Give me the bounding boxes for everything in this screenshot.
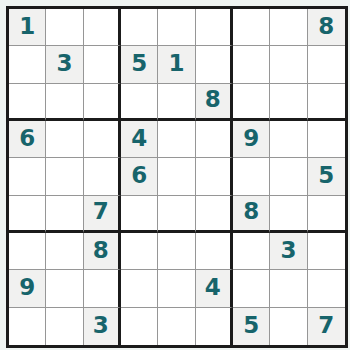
cell-r4c9[interactable] — [308, 121, 345, 158]
cell-r2c1[interactable] — [9, 46, 46, 83]
given-digit: 6 — [131, 164, 147, 187]
cell-r8c8[interactable] — [270, 270, 307, 307]
cell-r4c7: 9 — [233, 121, 270, 158]
cell-r2c2: 3 — [46, 46, 83, 83]
cell-r3c7[interactable] — [233, 84, 270, 121]
given-digit: 8 — [243, 200, 259, 223]
cell-r5c3[interactable] — [84, 158, 121, 195]
cell-r2c7[interactable] — [233, 46, 270, 83]
cell-r1c3[interactable] — [84, 9, 121, 46]
cell-r3c3[interactable] — [84, 84, 121, 121]
given-digit: 9 — [19, 276, 35, 299]
cell-r2c8[interactable] — [270, 46, 307, 83]
cell-r6c2[interactable] — [46, 196, 83, 233]
cell-r8c9[interactable] — [308, 270, 345, 307]
given-digit: 1 — [19, 15, 35, 38]
cell-r5c8[interactable] — [270, 158, 307, 195]
cell-r1c5[interactable] — [158, 9, 195, 46]
cell-r4c1: 6 — [9, 121, 46, 158]
cell-r3c6: 8 — [196, 84, 233, 121]
cell-r6c8[interactable] — [270, 196, 307, 233]
cell-r8c1: 9 — [9, 270, 46, 307]
cell-r1c1: 1 — [9, 9, 46, 46]
cell-r3c8[interactable] — [270, 84, 307, 121]
sudoku-board: 18351864965788394357 — [6, 6, 348, 348]
cell-r6c1[interactable] — [9, 196, 46, 233]
cell-r7c7[interactable] — [233, 233, 270, 270]
cell-r8c4[interactable] — [121, 270, 158, 307]
given-digit: 3 — [56, 52, 72, 75]
cell-r5c2[interactable] — [46, 158, 83, 195]
cell-r3c9[interactable] — [308, 84, 345, 121]
given-digit: 9 — [243, 127, 259, 150]
cell-r5c9: 5 — [308, 158, 345, 195]
cell-r1c8[interactable] — [270, 9, 307, 46]
cell-r9c4[interactable] — [121, 308, 158, 345]
cell-r4c6[interactable] — [196, 121, 233, 158]
cell-r8c6: 4 — [196, 270, 233, 307]
cell-r3c2[interactable] — [46, 84, 83, 121]
cell-r9c1[interactable] — [9, 308, 46, 345]
cell-r9c8[interactable] — [270, 308, 307, 345]
cell-r8c5[interactable] — [158, 270, 195, 307]
cell-r9c3: 3 — [84, 308, 121, 345]
cell-r1c4[interactable] — [121, 9, 158, 46]
cell-r6c7: 8 — [233, 196, 270, 233]
given-digit: 7 — [93, 200, 109, 223]
cell-r1c2[interactable] — [46, 9, 83, 46]
cell-r9c6[interactable] — [196, 308, 233, 345]
cell-r3c1[interactable] — [9, 84, 46, 121]
cell-r7c5[interactable] — [158, 233, 195, 270]
cell-r2c3[interactable] — [84, 46, 121, 83]
given-digit: 7 — [318, 314, 334, 337]
cell-r6c5[interactable] — [158, 196, 195, 233]
cell-r9c5[interactable] — [158, 308, 195, 345]
given-digit: 3 — [93, 314, 109, 337]
cell-r1c9: 8 — [308, 9, 345, 46]
given-digit: 3 — [280, 239, 296, 262]
cell-r7c3: 8 — [84, 233, 121, 270]
cell-r6c3: 7 — [84, 196, 121, 233]
cell-r3c4[interactable] — [121, 84, 158, 121]
cell-r6c6[interactable] — [196, 196, 233, 233]
cell-r7c2[interactable] — [46, 233, 83, 270]
cell-r2c5: 1 — [158, 46, 195, 83]
cell-r5c6[interactable] — [196, 158, 233, 195]
given-digit: 8 — [205, 88, 221, 111]
cell-r2c9[interactable] — [308, 46, 345, 83]
cell-r5c7[interactable] — [233, 158, 270, 195]
cell-r1c7[interactable] — [233, 9, 270, 46]
cell-r8c2[interactable] — [46, 270, 83, 307]
given-digit: 8 — [318, 15, 334, 38]
cell-r8c3[interactable] — [84, 270, 121, 307]
given-digit: 5 — [318, 164, 334, 187]
given-digit: 4 — [131, 127, 147, 150]
cell-r3c5[interactable] — [158, 84, 195, 121]
given-digit: 4 — [205, 276, 221, 299]
cell-r4c5[interactable] — [158, 121, 195, 158]
cell-r2c6[interactable] — [196, 46, 233, 83]
given-digit: 8 — [93, 239, 109, 262]
given-digit: 6 — [19, 127, 35, 150]
cell-r7c9[interactable] — [308, 233, 345, 270]
cell-r6c4[interactable] — [121, 196, 158, 233]
cell-r1c6[interactable] — [196, 9, 233, 46]
cell-r9c7: 5 — [233, 308, 270, 345]
given-digit: 1 — [168, 52, 184, 75]
given-digit: 5 — [131, 52, 147, 75]
cell-r5c1[interactable] — [9, 158, 46, 195]
cell-r2c4: 5 — [121, 46, 158, 83]
cell-r9c2[interactable] — [46, 308, 83, 345]
given-digit: 5 — [243, 314, 259, 337]
cell-r4c8[interactable] — [270, 121, 307, 158]
cell-r7c6[interactable] — [196, 233, 233, 270]
cell-r7c8: 3 — [270, 233, 307, 270]
cell-r4c3[interactable] — [84, 121, 121, 158]
cell-r8c7[interactable] — [233, 270, 270, 307]
cell-r9c9: 7 — [308, 308, 345, 345]
cell-r5c4: 6 — [121, 158, 158, 195]
cell-r4c4: 4 — [121, 121, 158, 158]
cell-r7c1[interactable] — [9, 233, 46, 270]
cell-r6c9[interactable] — [308, 196, 345, 233]
cell-r5c5[interactable] — [158, 158, 195, 195]
cell-r4c2[interactable] — [46, 121, 83, 158]
cell-r7c4[interactable] — [121, 233, 158, 270]
